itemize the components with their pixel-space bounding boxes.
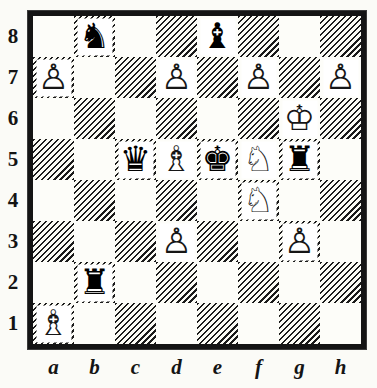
square-g4[interactable] [279, 180, 320, 221]
square-d7[interactable]: ♙ [156, 57, 197, 98]
square-h1[interactable] [320, 303, 361, 344]
rank-label-6: 6 [0, 98, 26, 139]
square-a5[interactable] [33, 139, 74, 180]
piece-white-bishop[interactable]: ♗ [33, 303, 74, 344]
file-label-e: e [197, 352, 238, 382]
square-d8[interactable] [156, 16, 197, 57]
square-e7[interactable] [197, 57, 238, 98]
piece-white-pawn[interactable]: ♙ [279, 221, 320, 262]
piece-white-knight[interactable]: ♘ [238, 180, 279, 221]
square-a8[interactable] [33, 16, 74, 57]
square-a3[interactable] [33, 221, 74, 262]
square-c2[interactable] [115, 262, 156, 303]
square-g1[interactable] [279, 303, 320, 344]
square-e5[interactable]: ♚ [197, 139, 238, 180]
rank-label-5: 5 [0, 139, 26, 180]
piece-white-pawn[interactable]: ♙ [156, 57, 197, 98]
square-c6[interactable] [115, 98, 156, 139]
square-a1[interactable]: ♗ [33, 303, 74, 344]
square-g3[interactable]: ♙ [279, 221, 320, 262]
square-b3[interactable] [74, 221, 115, 262]
piece-white-pawn[interactable]: ♙ [238, 57, 279, 98]
square-d4[interactable] [156, 180, 197, 221]
square-c4[interactable] [115, 180, 156, 221]
square-e1[interactable] [197, 303, 238, 344]
square-c3[interactable] [115, 221, 156, 262]
square-a4[interactable] [33, 180, 74, 221]
rank-label-1: 1 [0, 303, 26, 344]
square-a7[interactable]: ♙ [33, 57, 74, 98]
square-b5[interactable] [74, 139, 115, 180]
square-h5[interactable] [320, 139, 361, 180]
square-f3[interactable] [238, 221, 279, 262]
square-b4[interactable] [74, 180, 115, 221]
square-d1[interactable] [156, 303, 197, 344]
square-c5[interactable]: ♛ [115, 139, 156, 180]
square-f8[interactable] [238, 16, 279, 57]
square-d3[interactable]: ♙ [156, 221, 197, 262]
piece-black-queen[interactable]: ♛ [115, 139, 156, 180]
file-label-d: d [156, 352, 197, 382]
square-b8[interactable]: ♞ [74, 16, 115, 57]
square-b1[interactable] [74, 303, 115, 344]
rank-label-2: 2 [0, 262, 26, 303]
square-c8[interactable] [115, 16, 156, 57]
chess-board: ♞♝♙♙♙♙♔♛♗♚♘♜♘♙♙♜♗ [33, 16, 361, 344]
square-g6[interactable]: ♔ [279, 98, 320, 139]
square-d5[interactable]: ♗ [156, 139, 197, 180]
piece-white-knight[interactable]: ♘ [238, 139, 279, 180]
square-f4[interactable]: ♘ [238, 180, 279, 221]
square-f7[interactable]: ♙ [238, 57, 279, 98]
piece-white-pawn[interactable]: ♙ [156, 221, 197, 262]
square-f5[interactable]: ♘ [238, 139, 279, 180]
square-h4[interactable] [320, 180, 361, 221]
square-e6[interactable] [197, 98, 238, 139]
square-d6[interactable] [156, 98, 197, 139]
piece-black-knight[interactable]: ♞ [74, 16, 115, 57]
square-g8[interactable] [279, 16, 320, 57]
piece-white-bishop[interactable]: ♗ [156, 139, 197, 180]
square-b7[interactable] [74, 57, 115, 98]
square-a2[interactable] [33, 262, 74, 303]
square-c1[interactable] [115, 303, 156, 344]
piece-white-pawn[interactable]: ♙ [320, 57, 361, 98]
square-f6[interactable] [238, 98, 279, 139]
file-label-c: c [115, 352, 156, 382]
piece-black-rook[interactable]: ♜ [279, 139, 320, 180]
square-e4[interactable] [197, 180, 238, 221]
file-label-h: h [320, 352, 361, 382]
square-h6[interactable] [320, 98, 361, 139]
square-g2[interactable] [279, 262, 320, 303]
file-label-g: g [279, 352, 320, 382]
square-d2[interactable] [156, 262, 197, 303]
piece-black-king[interactable]: ♚ [197, 139, 238, 180]
rank-label-3: 3 [0, 221, 26, 262]
file-label-a: a [33, 352, 74, 382]
square-h3[interactable] [320, 221, 361, 262]
square-f1[interactable] [238, 303, 279, 344]
square-b2[interactable]: ♜ [74, 262, 115, 303]
file-label-f: f [238, 352, 279, 382]
square-e2[interactable] [197, 262, 238, 303]
square-e3[interactable] [197, 221, 238, 262]
rank-label-8: 8 [0, 16, 26, 57]
square-g7[interactable] [279, 57, 320, 98]
square-e8[interactable]: ♝ [197, 16, 238, 57]
square-f2[interactable] [238, 262, 279, 303]
square-h2[interactable] [320, 262, 361, 303]
chess-board-frame: ♞♝♙♙♙♙♔♛♗♚♘♜♘♙♙♜♗ [28, 11, 366, 349]
rank-label-7: 7 [0, 57, 26, 98]
piece-black-bishop[interactable]: ♝ [197, 16, 238, 57]
piece-white-king[interactable]: ♔ [279, 98, 320, 139]
piece-white-pawn[interactable]: ♙ [33, 57, 74, 98]
square-h8[interactable] [320, 16, 361, 57]
square-h7[interactable]: ♙ [320, 57, 361, 98]
square-g5[interactable]: ♜ [279, 139, 320, 180]
piece-black-rook[interactable]: ♜ [74, 262, 115, 303]
square-a6[interactable] [33, 98, 74, 139]
square-b6[interactable] [74, 98, 115, 139]
file-label-b: b [74, 352, 115, 382]
rank-label-4: 4 [0, 180, 26, 221]
square-c7[interactable] [115, 57, 156, 98]
